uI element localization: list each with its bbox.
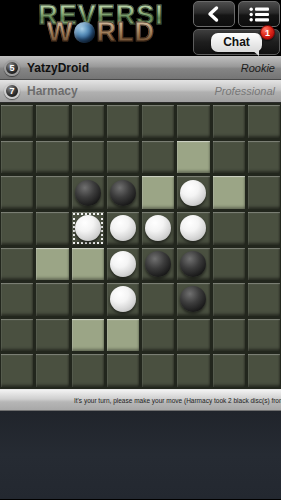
cell-r3c6[interactable]: [213, 212, 245, 245]
cell-r2c7[interactable]: [248, 176, 280, 209]
bottom-area: [0, 411, 281, 499]
cell-r6c1[interactable]: [36, 319, 68, 352]
menu-button[interactable]: [238, 1, 280, 27]
cell-r2c1[interactable]: [36, 176, 68, 209]
cell-r5c6[interactable]: [213, 283, 245, 316]
back-chevron-icon: [205, 5, 223, 23]
cell-r5c1[interactable]: [36, 283, 68, 316]
black-disc: [110, 180, 136, 206]
cell-r1c5[interactable]: [177, 141, 209, 174]
white-disc: [110, 215, 136, 241]
cell-r5c7[interactable]: [248, 283, 280, 316]
cell-r1c0[interactable]: [1, 141, 33, 174]
white-disc: [145, 215, 171, 241]
cell-r0c3[interactable]: [107, 105, 139, 138]
player1-name: YatzyDroid: [27, 61, 241, 75]
white-disc: [75, 215, 101, 241]
cell-r2c3[interactable]: [107, 176, 139, 209]
player2-level-badge: 7: [4, 83, 20, 99]
menu-list-icon: [249, 7, 269, 22]
cell-r4c3[interactable]: [107, 248, 139, 281]
cell-r7c6[interactable]: [213, 354, 245, 387]
app-screen: REVERSI W RLD Chat: [0, 0, 281, 500]
cell-r6c5[interactable]: [177, 319, 209, 352]
cell-r1c2[interactable]: [72, 141, 104, 174]
logo-world-rld: RLD: [96, 19, 155, 46]
white-disc: [110, 251, 136, 277]
header: REVERSI W RLD Chat: [0, 0, 281, 56]
chat-unread-badge: 1: [260, 25, 275, 40]
black-disc: [180, 286, 206, 312]
cell-r5c0[interactable]: [1, 283, 33, 316]
cell-r4c6[interactable]: [213, 248, 245, 281]
cell-r5c5[interactable]: [177, 283, 209, 316]
black-disc: [145, 251, 171, 277]
white-disc: [180, 180, 206, 206]
cell-r7c3[interactable]: [107, 354, 139, 387]
cell-r1c7[interactable]: [248, 141, 280, 174]
cell-r1c3[interactable]: [107, 141, 139, 174]
cell-r4c7[interactable]: [248, 248, 280, 281]
app-logo: REVERSI W RLD: [10, 2, 192, 46]
board: [0, 103, 281, 389]
black-disc: [180, 251, 206, 277]
cell-r6c0[interactable]: [1, 319, 33, 352]
player-row-harmacy[interactable]: 7 Harmacy Professional: [0, 80, 281, 103]
cell-r5c2[interactable]: [72, 283, 104, 316]
cell-r4c5[interactable]: [177, 248, 209, 281]
cell-r6c7[interactable]: [248, 319, 280, 352]
white-disc: [180, 215, 206, 241]
cell-r2c6[interactable]: [213, 176, 245, 209]
cell-r3c7[interactable]: [248, 212, 280, 245]
cell-r3c5[interactable]: [177, 212, 209, 245]
cell-r2c0[interactable]: [1, 176, 33, 209]
cell-r0c2[interactable]: [72, 105, 104, 138]
cell-r3c3[interactable]: [107, 212, 139, 245]
cell-r5c3[interactable]: [107, 283, 139, 316]
chat-bubble-icon: Chat: [211, 33, 262, 52]
cell-r6c2[interactable]: [72, 319, 104, 352]
cell-r5c4[interactable]: [142, 283, 174, 316]
cell-r3c4[interactable]: [142, 212, 174, 245]
cell-r0c6[interactable]: [213, 105, 245, 138]
cell-r0c1[interactable]: [36, 105, 68, 138]
player1-level-badge: 5: [4, 60, 20, 76]
white-disc: [110, 286, 136, 312]
cell-r3c0[interactable]: [1, 212, 33, 245]
cell-r7c0[interactable]: [1, 354, 33, 387]
cell-r0c0[interactable]: [1, 105, 33, 138]
cell-r3c2[interactable]: [72, 212, 104, 245]
cell-r7c7[interactable]: [248, 354, 280, 387]
cell-r1c1[interactable]: [36, 141, 68, 174]
cell-r2c2[interactable]: [72, 176, 104, 209]
cell-r7c1[interactable]: [36, 354, 68, 387]
cell-r4c4[interactable]: [142, 248, 174, 281]
logo-world-w: W: [47, 19, 73, 46]
cell-r2c5[interactable]: [177, 176, 209, 209]
cell-r4c1[interactable]: [36, 248, 68, 281]
player2-rank: Professional: [214, 85, 275, 97]
cell-r7c2[interactable]: [72, 354, 104, 387]
chat-button[interactable]: Chat 1: [193, 29, 280, 55]
cell-r7c4[interactable]: [142, 354, 174, 387]
player1-rank: Rookie: [241, 62, 275, 74]
nav-buttons: [193, 1, 280, 27]
back-button[interactable]: [193, 1, 235, 27]
cell-r6c4[interactable]: [142, 319, 174, 352]
cell-r7c5[interactable]: [177, 354, 209, 387]
cell-r0c4[interactable]: [142, 105, 174, 138]
chat-label: Chat: [223, 35, 250, 49]
status-bar: It's your turn, please make your move (H…: [0, 389, 281, 411]
cell-r0c7[interactable]: [248, 105, 280, 138]
cell-r4c0[interactable]: [1, 248, 33, 281]
cell-r4c2[interactable]: [72, 248, 104, 281]
cell-r0c5[interactable]: [177, 105, 209, 138]
cell-r1c6[interactable]: [213, 141, 245, 174]
player2-name: Harmacy: [27, 84, 214, 98]
cell-r1c4[interactable]: [142, 141, 174, 174]
player-row-yatzydroid[interactable]: 5 YatzyDroid Rookie: [0, 56, 281, 80]
black-disc: [75, 180, 101, 206]
cell-r6c6[interactable]: [213, 319, 245, 352]
cell-r2c4[interactable]: [142, 176, 174, 209]
status-message: It's your turn, please make your move (H…: [0, 397, 281, 404]
cell-r6c3[interactable]: [107, 319, 139, 352]
cell-r3c1[interactable]: [36, 212, 68, 245]
earth-globe-icon: [74, 22, 95, 43]
